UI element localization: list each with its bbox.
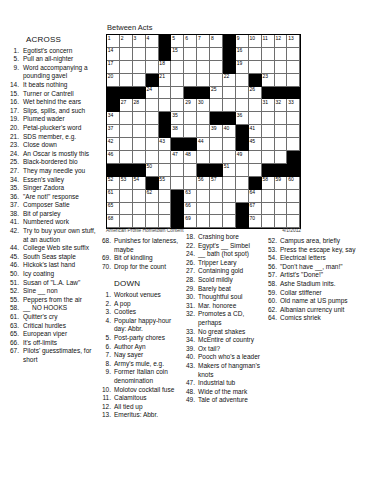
clue-number: 28.	[184, 276, 195, 285]
cell-r2c3[interactable]	[133, 48, 146, 61]
cell-r9c13[interactable]	[262, 138, 275, 151]
cell-r6c15[interactable]: 33	[287, 99, 300, 112]
cell-number-48: 48	[185, 151, 191, 157]
cell-r12c14[interactable]: 59	[275, 177, 288, 190]
cell-r10c4[interactable]	[146, 151, 159, 164]
cell-r10c9[interactable]	[210, 151, 223, 164]
cell-r4c14[interactable]	[275, 74, 288, 87]
black-cell-r11c2	[120, 164, 133, 177]
cell-r6c13[interactable]: 31	[262, 99, 275, 112]
down-clue-56: 56."Don't have __, man!"	[266, 263, 372, 272]
down-clue-47: 47.Industrial tub	[184, 379, 260, 388]
cell-r2c15[interactable]	[287, 48, 300, 61]
clue-text: Collar stiffener	[280, 289, 322, 296]
cell-r9c5[interactable]: 43	[159, 138, 172, 151]
clue-number: 52.	[266, 237, 277, 246]
cell-r7c1[interactable]: 34	[107, 112, 120, 125]
down-clue-40: 40.Pooch who's a leader	[184, 353, 260, 362]
clue-text: Petal-plucker's word	[23, 124, 81, 131]
cell-r13c5[interactable]	[159, 190, 172, 203]
cell-r6c7[interactable]: 29	[184, 99, 197, 112]
cell-r7c14[interactable]	[275, 112, 288, 125]
cell-r8c15[interactable]	[287, 125, 300, 138]
cell-r3c2[interactable]	[120, 61, 133, 74]
cell-r10c5[interactable]	[159, 151, 172, 164]
black-cell-r5c7	[184, 87, 197, 100]
clue-text: Drop for the count	[114, 263, 166, 270]
cell-r8c12[interactable]: 41	[249, 125, 262, 138]
across-header: ACROSS	[26, 36, 96, 45]
cell-number-7: 7	[198, 35, 201, 41]
cell-r9c14[interactable]	[275, 138, 288, 151]
cell-r13c13[interactable]	[262, 190, 275, 203]
across-clue-42: 42.Try to buy your own stuff, at an auct…	[8, 227, 96, 244]
black-cell-r1c10	[223, 35, 236, 48]
clue-number: 42.	[8, 227, 19, 236]
cell-r15c15[interactable]	[287, 215, 300, 228]
cell-r6c8[interactable]: 30	[197, 99, 210, 112]
cell-number-60: 60	[288, 176, 294, 182]
cell-r3c12[interactable]	[249, 61, 262, 74]
cell-r11c12[interactable]	[249, 164, 262, 177]
cell-r7c8[interactable]	[197, 112, 210, 125]
clue-text: Wide of the mark	[198, 388, 247, 395]
cell-r1c13[interactable]: 11	[262, 35, 275, 48]
cell-r15c10[interactable]	[223, 215, 236, 228]
cell-r12c10[interactable]	[223, 177, 236, 190]
black-cell-r5c15	[287, 87, 300, 100]
cell-r14c10[interactable]	[223, 203, 236, 216]
clue-text: No great shakes	[198, 328, 245, 335]
cell-r13c10[interactable]	[223, 190, 236, 203]
cell-r14c3[interactable]	[133, 203, 146, 216]
cell-number-24: 24	[146, 86, 152, 92]
cell-r1c9[interactable]: 8	[210, 35, 223, 48]
across-clue-38: 38.Bit of parsley	[8, 210, 96, 219]
cell-r6c10[interactable]	[223, 99, 236, 112]
clue-text: Peppers from the air	[23, 296, 82, 303]
cell-r2c9[interactable]	[210, 48, 223, 61]
cell-number-51: 51	[224, 163, 230, 169]
down-clue-43: 43.Makers of hangman's knots	[184, 362, 260, 379]
clue-text: Slips, spills, and such	[23, 107, 85, 114]
clue-number: 57.	[266, 271, 277, 280]
down-clue-list-2: 18.Crashing bore22.Egypt's __ Simbel24._…	[184, 233, 260, 405]
cell-r3c3[interactable]	[133, 61, 146, 74]
cell-r10c3[interactable]	[133, 151, 146, 164]
cell-r13c15[interactable]	[287, 190, 300, 203]
cell-r1c2[interactable]: 2	[120, 35, 133, 48]
down-clue-10: 10.Molotov cocktail fuse	[100, 386, 184, 395]
cell-r14c1[interactable]: 65	[107, 203, 120, 216]
cell-r10c6[interactable]: 47	[171, 151, 184, 164]
clue-text: Thoughtful soul	[198, 293, 242, 300]
cell-number-46: 46	[108, 151, 114, 157]
cell-r1c12[interactable]: 10	[249, 35, 262, 48]
across-clue-65: 65.European viper	[8, 330, 96, 339]
cell-r8c10[interactable]: 40	[223, 125, 236, 138]
cell-r6c3[interactable]: 28	[133, 99, 146, 112]
clue-number: 20.	[8, 124, 19, 133]
cell-r4c9[interactable]	[210, 74, 223, 87]
cell-r12c11[interactable]	[236, 177, 249, 190]
cell-number-47: 47	[172, 151, 178, 157]
cell-r6c5[interactable]	[159, 99, 172, 112]
down-clue-4: 4.Popular happy-hour day: Abbr.	[100, 317, 184, 334]
cell-number-13: 13	[288, 35, 294, 41]
black-cell-r14c6	[171, 203, 184, 216]
cell-r4c7[interactable]	[184, 74, 197, 87]
cell-number-22: 22	[224, 73, 230, 79]
cell-r13c8[interactable]	[197, 190, 210, 203]
down-clue-54: 54.Electrical letters	[266, 254, 372, 263]
cell-number-11: 11	[262, 35, 267, 41]
cell-r1c4[interactable]: 4	[146, 35, 159, 48]
cell-r13c4[interactable]: 62	[146, 190, 159, 203]
cell-r10c11[interactable]: 49	[236, 151, 249, 164]
cell-r4c11[interactable]	[236, 74, 249, 87]
cell-r4c3[interactable]	[133, 74, 146, 87]
cell-r6c14[interactable]: 32	[275, 99, 288, 112]
cell-r5c10[interactable]	[223, 87, 236, 100]
clue-number: 54.	[266, 254, 277, 263]
cell-r15c12[interactable]: 70	[249, 215, 262, 228]
cell-r12c8[interactable]: 56	[197, 177, 210, 190]
cell-r1c11[interactable]: 9	[236, 35, 249, 48]
black-cell-r7c9	[210, 112, 223, 125]
clue-text: Wet behind the ears	[23, 98, 81, 105]
cell-r8c1[interactable]: 37	[107, 125, 120, 138]
cell-r13c3[interactable]	[133, 190, 146, 203]
clue-number: 65.	[8, 330, 19, 339]
black-cell-r9c7	[184, 138, 197, 151]
cell-r3c14[interactable]	[275, 61, 288, 74]
cell-r7c13[interactable]	[262, 112, 275, 125]
cell-r3c7[interactable]	[184, 61, 197, 74]
cell-r8c7[interactable]	[184, 125, 197, 138]
cell-r3c1[interactable]: 17	[107, 61, 120, 74]
cell-r9c10[interactable]	[223, 138, 236, 151]
cell-r12c1[interactable]: 52	[107, 177, 120, 190]
clue-number: 4.	[100, 317, 111, 326]
cell-r9c1[interactable]: 42	[107, 138, 120, 151]
across-clue-58: 58.__ NO HOOKS	[8, 304, 96, 313]
cell-r2c6[interactable]: 15	[171, 48, 184, 61]
cell-r15c2[interactable]	[120, 215, 133, 228]
cell-r12c3[interactable]: 54	[133, 177, 146, 190]
clue-text: Bit of kindling	[114, 254, 153, 261]
clue-number: 46.	[8, 261, 19, 270]
cell-r12c13[interactable]: 58	[262, 177, 275, 190]
clue-text: Cooties	[114, 308, 136, 315]
clue-text: South Seas staple	[23, 253, 76, 260]
cell-r6c6[interactable]	[171, 99, 184, 112]
cell-r8c13[interactable]	[262, 125, 275, 138]
cell-r9c12[interactable]: 45	[249, 138, 262, 151]
cell-r5c12[interactable]: 26	[249, 87, 262, 100]
cell-r6c9[interactable]	[210, 99, 223, 112]
clue-text: Nay sayer	[114, 351, 143, 358]
cell-r1c7[interactable]: 6	[184, 35, 197, 48]
cell-r6c2[interactable]: 27	[120, 99, 133, 112]
clue-number: 27.	[184, 267, 195, 276]
clue-number: 53.	[266, 246, 277, 255]
cell-r14c8[interactable]	[197, 203, 210, 216]
cell-r11c5[interactable]	[159, 164, 172, 177]
cell-r14c5[interactable]	[159, 203, 172, 216]
clue-number: 6.	[100, 343, 111, 352]
cell-r9c2[interactable]	[120, 138, 133, 151]
cell-r15c9[interactable]	[210, 215, 223, 228]
cell-r2c8[interactable]	[197, 48, 210, 61]
cell-r7c15[interactable]	[287, 112, 300, 125]
clue-text: Popular happy-hour day: Abbr.	[114, 317, 171, 333]
cell-number-35: 35	[172, 112, 178, 118]
cell-r6c11[interactable]	[236, 99, 249, 112]
cell-r10c8[interactable]	[197, 151, 210, 164]
clue-text: SDS member, e.g.	[23, 133, 76, 140]
cell-r4c6[interactable]	[171, 74, 184, 87]
cell-r7c11[interactable]: 36	[236, 112, 249, 125]
cell-r15c14[interactable]	[275, 215, 288, 228]
cell-number-50: 50	[146, 163, 152, 169]
cell-r13c7[interactable]: 63	[184, 190, 197, 203]
cell-r13c1[interactable]: 61	[107, 190, 120, 203]
clue-text: __ NO HOOKS	[23, 304, 67, 311]
clue-text: Egypt's __ Simbel	[198, 242, 250, 249]
cell-number-15: 15	[172, 47, 178, 53]
cell-r1c6[interactable]: 5	[171, 35, 184, 48]
cell-r4c10[interactable]: 22	[223, 74, 236, 87]
cell-r4c5[interactable]: 21	[159, 74, 172, 87]
cell-r13c11[interactable]	[236, 190, 249, 203]
clue-number: 1.	[100, 291, 111, 300]
cell-r14c4[interactable]	[146, 203, 159, 216]
clue-number: 31.	[184, 302, 195, 311]
cell-r10c14[interactable]	[275, 151, 288, 164]
cell-number-68: 68	[108, 215, 114, 221]
black-cell-r5c2	[120, 87, 133, 100]
cell-r14c15[interactable]	[287, 203, 300, 216]
clue-text: Icy coating	[23, 270, 54, 277]
cell-r7c12[interactable]	[249, 112, 262, 125]
cell-r4c15[interactable]	[287, 74, 300, 87]
cell-r3c11[interactable]: 19	[236, 61, 249, 74]
cell-r10c12[interactable]	[249, 151, 262, 164]
cell-r2c4[interactable]	[146, 48, 159, 61]
cell-r2c2[interactable]	[120, 48, 133, 61]
cell-r7c6[interactable]: 35	[171, 112, 184, 125]
cell-r14c12[interactable]: 67	[249, 203, 262, 216]
down-clue-53: 53.Press the escape key, say	[266, 246, 372, 255]
cell-r13c2[interactable]	[120, 190, 133, 203]
cell-r12c9[interactable]: 57	[210, 177, 223, 190]
cell-r12c2[interactable]: 53	[120, 177, 133, 190]
cell-r11c10[interactable]: 51	[223, 164, 236, 177]
cell-r14c2[interactable]	[120, 203, 133, 216]
cell-r15c3[interactable]	[133, 215, 146, 228]
cell-r14c14[interactable]	[275, 203, 288, 216]
cell-r15c1[interactable]: 68	[107, 215, 120, 228]
cell-r8c8[interactable]	[197, 125, 210, 138]
clue-number: 35.	[8, 184, 19, 193]
cell-number-33: 33	[288, 99, 294, 105]
cell-r6c12[interactable]	[249, 99, 262, 112]
cell-r10c7[interactable]: 48	[184, 151, 197, 164]
down-clue-32: 32.Promotes a CD, perhaps	[184, 310, 260, 327]
cell-r15c13[interactable]	[262, 215, 275, 228]
clue-number: 9.	[100, 368, 111, 377]
down-clue-34: 34.McEntire of country	[184, 336, 260, 345]
cell-r4c13[interactable]: 23	[262, 74, 275, 87]
cell-r11c6[interactable]	[171, 164, 184, 177]
clue-number: 70.	[100, 263, 111, 272]
cell-r9c9[interactable]	[210, 138, 223, 151]
clue-number: 50.	[8, 270, 19, 279]
cell-r8c14[interactable]	[275, 125, 288, 138]
black-cell-r5c3	[133, 87, 146, 100]
cell-r1c3[interactable]: 3	[133, 35, 146, 48]
clue-number: 68.	[100, 237, 111, 246]
cell-r11c4[interactable]: 50	[146, 164, 159, 177]
clue-text: "Don't have __, man!"	[280, 263, 343, 270]
cell-r2c7[interactable]	[184, 48, 197, 61]
cell-r9c3[interactable]	[133, 138, 146, 151]
cell-r3c5[interactable]: 18	[159, 61, 172, 74]
cell-r9c8[interactable]: 44	[197, 138, 210, 151]
cell-r7c3[interactable]	[133, 112, 146, 125]
cell-r3c6[interactable]	[171, 61, 184, 74]
cell-r8c9[interactable]: 39	[210, 125, 223, 138]
page-title: Between Acts	[107, 23, 152, 32]
clue-number: 21.	[8, 133, 19, 142]
cell-r9c15[interactable]	[287, 138, 300, 151]
cell-r13c9[interactable]	[210, 190, 223, 203]
across-clue-36: 36."Are not!" response	[8, 193, 96, 202]
cell-number-55: 55	[159, 176, 165, 182]
cell-r10c13[interactable]	[262, 151, 275, 164]
clue-text: Pilots' guesstimates, for short	[23, 347, 91, 363]
cell-r12c15[interactable]: 60	[287, 177, 300, 190]
cell-r4c1[interactable]: 20	[107, 74, 120, 87]
down-clue-60: 60.Old name at US pumps	[266, 297, 372, 306]
cell-r3c15[interactable]	[287, 61, 300, 74]
cell-r5c11[interactable]	[236, 87, 249, 100]
cell-r2c12[interactable]	[249, 48, 262, 61]
cell-r5c4[interactable]: 24	[146, 87, 159, 100]
cell-r2c11[interactable]: 16	[236, 48, 249, 61]
cell-r9c4[interactable]	[146, 138, 159, 151]
down-clue-8: 8.Army's mule, e.g.	[100, 360, 184, 369]
clue-text: It's off-limits	[23, 339, 57, 346]
black-cell-r2c10	[223, 48, 236, 61]
cell-r3c4[interactable]	[146, 61, 159, 74]
cell-r14c7[interactable]: 66	[184, 203, 197, 216]
clue-text: Bit of parsley	[23, 210, 61, 217]
cell-r13c12[interactable]: 64	[249, 190, 262, 203]
clue-text: Tripper Leary	[198, 259, 236, 266]
cell-number-30: 30	[198, 99, 204, 105]
cell-r15c4[interactable]	[146, 215, 159, 228]
down-clue-1: 1.Workout venues	[100, 291, 184, 300]
cell-r14c13[interactable]	[262, 203, 275, 216]
cell-r1c8[interactable]: 7	[197, 35, 210, 48]
cell-r2c1[interactable]: 14	[107, 48, 120, 61]
clue-text: Mar. honoree	[198, 302, 236, 309]
cell-r14c9[interactable]	[210, 203, 223, 216]
clue-number: 60.	[266, 297, 277, 306]
black-cell-r15c11	[236, 215, 249, 228]
cell-r6c4[interactable]	[146, 99, 159, 112]
cell-r10c2[interactable]	[120, 151, 133, 164]
black-cell-r5c8	[197, 87, 210, 100]
cell-r13c14[interactable]	[275, 190, 288, 203]
clue-text: Word accompanying a pounding gavel	[23, 64, 88, 80]
clue-number: 5.	[8, 55, 19, 64]
cell-r11c7[interactable]	[184, 164, 197, 177]
cell-r1c15[interactable]: 13	[287, 35, 300, 48]
black-cell-r5c13	[262, 87, 275, 100]
cell-r8c3[interactable]	[133, 125, 146, 138]
cell-number-67: 67	[250, 202, 256, 208]
down-clue-28: 28.Scold mildly	[184, 276, 260, 285]
cell-number-27: 27	[121, 99, 127, 105]
cell-r8c2[interactable]	[120, 125, 133, 138]
cell-r8c4[interactable]	[146, 125, 159, 138]
cell-r7c7[interactable]	[184, 112, 197, 125]
cell-r10c10[interactable]	[223, 151, 236, 164]
cell-r4c8[interactable]	[197, 74, 210, 87]
cell-r15c5[interactable]	[159, 215, 172, 228]
cell-r5c5[interactable]	[159, 87, 172, 100]
down-clue-24: 24.__ bath (hot spot)	[184, 250, 260, 259]
cell-r5c9[interactable]: 25	[210, 87, 223, 100]
clue-number: 67.	[8, 347, 19, 356]
cell-r10c1[interactable]: 46	[107, 151, 120, 164]
clue-text: Army's mule, e.g.	[114, 360, 164, 367]
cell-r1c1[interactable]: 1	[107, 35, 120, 48]
cell-number-57: 57	[211, 176, 217, 182]
across-clue-25: 25.Black-bordered bio	[8, 158, 96, 167]
cell-r5c6[interactable]	[171, 87, 184, 100]
black-cell-r14c11	[236, 203, 249, 216]
down-clue-18: 18.Crashing bore	[184, 233, 260, 242]
cell-r3c13[interactable]	[262, 61, 275, 74]
black-cell-r6c1	[107, 99, 120, 112]
cell-r7c2[interactable]	[120, 112, 133, 125]
cell-r15c8[interactable]	[197, 215, 210, 228]
down-clue-list-3: 52.Campus area, briefly53.Press the esca…	[266, 237, 372, 323]
down-clue-11: 11.Calamitous	[100, 394, 184, 403]
cell-r12c5[interactable]: 55	[159, 177, 172, 190]
clue-number: 24.	[184, 250, 195, 259]
black-cell-r4c4	[146, 74, 159, 87]
cell-r8c6[interactable]: 38	[171, 125, 184, 138]
cell-r11c11[interactable]	[236, 164, 249, 177]
cell-r3c9[interactable]	[210, 61, 223, 74]
cell-r15c7[interactable]: 69	[184, 215, 197, 228]
cell-r12c7[interactable]	[184, 177, 197, 190]
cell-r7c4[interactable]	[146, 112, 159, 125]
clue-text: Old name at US pumps	[280, 297, 348, 304]
cell-r3c8[interactable]	[197, 61, 210, 74]
cell-r12c6[interactable]	[171, 177, 184, 190]
cell-r1c14[interactable]: 12	[275, 35, 288, 48]
black-cell-r1c5	[159, 35, 172, 48]
cell-r2c14[interactable]	[275, 48, 288, 61]
cell-r2c13[interactable]	[262, 48, 275, 61]
cell-r4c2[interactable]	[120, 74, 133, 87]
